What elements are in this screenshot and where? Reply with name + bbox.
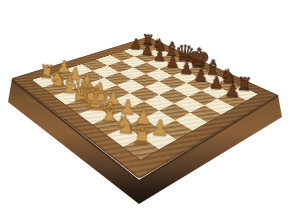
black-pawn-h7[interactable]: ♟ <box>211 81 253 101</box>
white-rook-h1[interactable]: ♜ <box>116 124 168 150</box>
perspective-scene: ♜♞♟♝♟♛♟♚♟♝♟♞♟♟♜♟♟♜♟♟♞♟♝♟♛♟♚♟♝♟♞♜ <box>44 0 246 188</box>
product-photo-stage: ♜♞♟♝♟♛♟♚♟♝♟♞♟♟♜♟♟♜♟♟♞♟♝♟♛♟♚♟♝♟♞♜ <box>0 0 290 218</box>
board-camera-roll: ♜♞♟♝♟♛♟♚♟♝♟♞♟♟♜♟♟♜♟♟♞♟♝♟♛♟♚♟♝♟♞♜ <box>44 0 246 188</box>
